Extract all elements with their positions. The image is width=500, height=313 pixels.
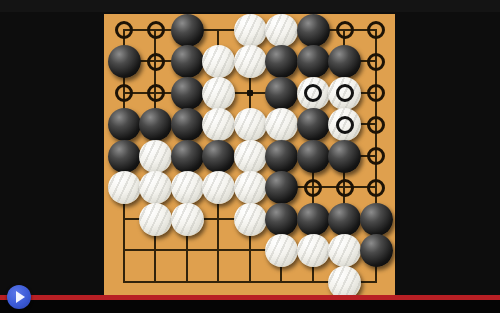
dead-stone-circle-mark: [336, 116, 354, 134]
white-stone: [234, 108, 267, 141]
territory-circle-mark: [336, 179, 354, 197]
white-stone: [139, 203, 172, 236]
black-stone: [265, 140, 298, 173]
white-stone: [202, 171, 235, 204]
territory-circle-mark: [367, 116, 385, 134]
white-stone: [108, 171, 141, 204]
black-stone: [297, 140, 330, 173]
black-stone: [202, 140, 235, 173]
black-stone: [265, 77, 298, 110]
white-stone: [328, 77, 361, 110]
white-stone: [265, 14, 298, 47]
white-stone: [234, 14, 267, 47]
white-stone: [202, 108, 235, 141]
territory-circle-mark: [367, 179, 385, 197]
play-button[interactable]: [7, 285, 31, 309]
dead-stone-circle-mark: [304, 84, 322, 102]
territory-circle-mark: [115, 21, 133, 39]
star-point: [247, 90, 253, 96]
white-stone: [202, 45, 235, 78]
territory-circle-mark: [147, 21, 165, 39]
black-stone: [108, 45, 141, 78]
white-stone: [234, 45, 267, 78]
white-stone: [328, 108, 361, 141]
black-stone: [171, 14, 204, 47]
black-stone: [297, 108, 330, 141]
black-stone: [297, 45, 330, 78]
black-stone: [360, 234, 393, 267]
white-stone: [139, 140, 172, 173]
play-icon: [16, 291, 25, 303]
white-stone: [139, 171, 172, 204]
go-board: [104, 14, 395, 295]
territory-circle-mark: [336, 21, 354, 39]
white-stone: [234, 140, 267, 173]
white-stone: [297, 77, 330, 110]
player-bottom-strip: [0, 300, 500, 313]
board-grid: [123, 29, 377, 283]
white-stone: [171, 171, 204, 204]
territory-circle-mark: [304, 179, 322, 197]
black-stone: [328, 140, 361, 173]
video-frame: [0, 0, 500, 313]
territory-circle-mark: [367, 53, 385, 71]
black-stone: [297, 203, 330, 236]
white-stone: [265, 234, 298, 267]
black-stone: [265, 171, 298, 204]
territory-circle-mark: [367, 84, 385, 102]
territory-circle-mark: [147, 53, 165, 71]
black-stone: [265, 45, 298, 78]
black-stone: [297, 14, 330, 47]
black-stone: [265, 203, 298, 236]
white-stone: [202, 77, 235, 110]
white-stone: [234, 203, 267, 236]
white-stone: [297, 234, 330, 267]
black-stone: [360, 203, 393, 236]
territory-circle-mark: [367, 21, 385, 39]
black-stone: [171, 77, 204, 110]
white-stone: [265, 108, 298, 141]
white-stone: [328, 234, 361, 267]
white-stone: [234, 171, 267, 204]
white-stone: [171, 203, 204, 236]
territory-circle-mark: [115, 84, 133, 102]
black-stone: [328, 45, 361, 78]
black-stone: [171, 45, 204, 78]
black-stone: [139, 108, 172, 141]
black-stone: [171, 140, 204, 173]
black-stone: [171, 108, 204, 141]
dead-stone-circle-mark: [336, 84, 354, 102]
territory-circle-mark: [147, 84, 165, 102]
territory-circle-mark: [367, 147, 385, 165]
white-stone: [328, 266, 361, 299]
letterbox-strip: [0, 0, 500, 12]
black-stone: [328, 203, 361, 236]
black-stone: [108, 108, 141, 141]
black-stone: [108, 140, 141, 173]
